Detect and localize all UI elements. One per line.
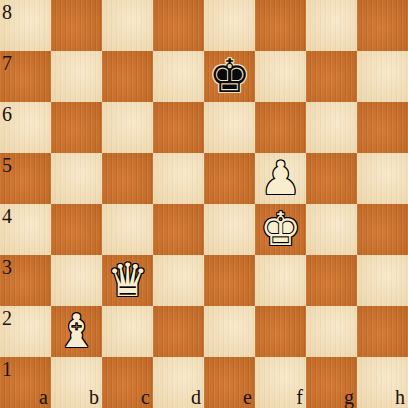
square-h5[interactable] bbox=[357, 153, 408, 204]
file-label-h: h bbox=[395, 387, 405, 407]
square-f1[interactable]: f bbox=[255, 357, 306, 408]
square-d5[interactable] bbox=[153, 153, 204, 204]
rank-label-8: 8 bbox=[2, 2, 12, 22]
square-h7[interactable] bbox=[357, 51, 408, 102]
white-pawn[interactable]: ♟ bbox=[255, 153, 306, 204]
black-king[interactable]: ♚ bbox=[204, 51, 255, 102]
square-c2[interactable] bbox=[102, 306, 153, 357]
square-b8[interactable] bbox=[51, 0, 102, 51]
white-bishop[interactable]: ♝ bbox=[51, 306, 102, 357]
square-e1[interactable]: e bbox=[204, 357, 255, 408]
square-h1[interactable]: h bbox=[357, 357, 408, 408]
square-a5[interactable]: 5 bbox=[0, 153, 51, 204]
rank-label-1: 1 bbox=[2, 359, 12, 379]
square-f4[interactable]: ♚ bbox=[255, 204, 306, 255]
square-a6[interactable]: 6 bbox=[0, 102, 51, 153]
square-a8[interactable]: 8 bbox=[0, 0, 51, 51]
rank-label-7: 7 bbox=[2, 53, 12, 73]
file-label-d: d bbox=[191, 387, 201, 407]
square-g4[interactable] bbox=[306, 204, 357, 255]
square-f3[interactable] bbox=[255, 255, 306, 306]
square-h3[interactable] bbox=[357, 255, 408, 306]
square-g8[interactable] bbox=[306, 0, 357, 51]
square-d6[interactable] bbox=[153, 102, 204, 153]
square-d3[interactable] bbox=[153, 255, 204, 306]
file-label-e: e bbox=[243, 387, 252, 407]
square-f8[interactable] bbox=[255, 0, 306, 51]
square-h4[interactable] bbox=[357, 204, 408, 255]
rank-label-6: 6 bbox=[2, 104, 12, 124]
square-e2[interactable] bbox=[204, 306, 255, 357]
square-g5[interactable] bbox=[306, 153, 357, 204]
square-g3[interactable] bbox=[306, 255, 357, 306]
square-c3[interactable]: ♛ bbox=[102, 255, 153, 306]
square-b6[interactable] bbox=[51, 102, 102, 153]
white-king[interactable]: ♚ bbox=[255, 204, 306, 255]
square-d4[interactable] bbox=[153, 204, 204, 255]
file-label-g: g bbox=[344, 387, 354, 407]
chess-board-wrapper: 87♚65♟4♚3♛2♝1abcdefgh bbox=[0, 0, 408, 408]
square-g2[interactable] bbox=[306, 306, 357, 357]
square-c7[interactable] bbox=[102, 51, 153, 102]
square-a1[interactable]: 1a bbox=[0, 357, 51, 408]
square-f2[interactable] bbox=[255, 306, 306, 357]
square-e4[interactable] bbox=[204, 204, 255, 255]
rank-label-2: 2 bbox=[2, 308, 12, 328]
square-e8[interactable] bbox=[204, 0, 255, 51]
file-label-b: b bbox=[89, 387, 99, 407]
square-b1[interactable]: b bbox=[51, 357, 102, 408]
rank-label-4: 4 bbox=[2, 206, 12, 226]
square-c8[interactable] bbox=[102, 0, 153, 51]
square-h8[interactable] bbox=[357, 0, 408, 51]
square-g6[interactable] bbox=[306, 102, 357, 153]
square-h6[interactable] bbox=[357, 102, 408, 153]
square-a4[interactable]: 4 bbox=[0, 204, 51, 255]
square-c4[interactable] bbox=[102, 204, 153, 255]
square-g1[interactable]: g bbox=[306, 357, 357, 408]
file-label-c: c bbox=[141, 387, 150, 407]
square-g7[interactable] bbox=[306, 51, 357, 102]
file-label-f: f bbox=[296, 387, 303, 407]
rank-label-5: 5 bbox=[2, 155, 12, 175]
square-f5[interactable]: ♟ bbox=[255, 153, 306, 204]
square-e3[interactable] bbox=[204, 255, 255, 306]
white-queen[interactable]: ♛ bbox=[102, 255, 153, 306]
square-a2[interactable]: 2 bbox=[0, 306, 51, 357]
square-b7[interactable] bbox=[51, 51, 102, 102]
square-d7[interactable] bbox=[153, 51, 204, 102]
square-f6[interactable] bbox=[255, 102, 306, 153]
square-d8[interactable] bbox=[153, 0, 204, 51]
square-b4[interactable] bbox=[51, 204, 102, 255]
square-c5[interactable] bbox=[102, 153, 153, 204]
file-label-a: a bbox=[39, 387, 48, 407]
square-b3[interactable] bbox=[51, 255, 102, 306]
square-a7[interactable]: 7 bbox=[0, 51, 51, 102]
rank-label-3: 3 bbox=[2, 257, 12, 277]
square-e6[interactable] bbox=[204, 102, 255, 153]
square-d2[interactable] bbox=[153, 306, 204, 357]
square-e7[interactable]: ♚ bbox=[204, 51, 255, 102]
square-b5[interactable] bbox=[51, 153, 102, 204]
square-d1[interactable]: d bbox=[153, 357, 204, 408]
chess-board: 87♚65♟4♚3♛2♝1abcdefgh bbox=[0, 0, 408, 408]
square-f7[interactable] bbox=[255, 51, 306, 102]
square-b2[interactable]: ♝ bbox=[51, 306, 102, 357]
square-a3[interactable]: 3 bbox=[0, 255, 51, 306]
square-e5[interactable] bbox=[204, 153, 255, 204]
square-h2[interactable] bbox=[357, 306, 408, 357]
square-c6[interactable] bbox=[102, 102, 153, 153]
square-c1[interactable]: c bbox=[102, 357, 153, 408]
